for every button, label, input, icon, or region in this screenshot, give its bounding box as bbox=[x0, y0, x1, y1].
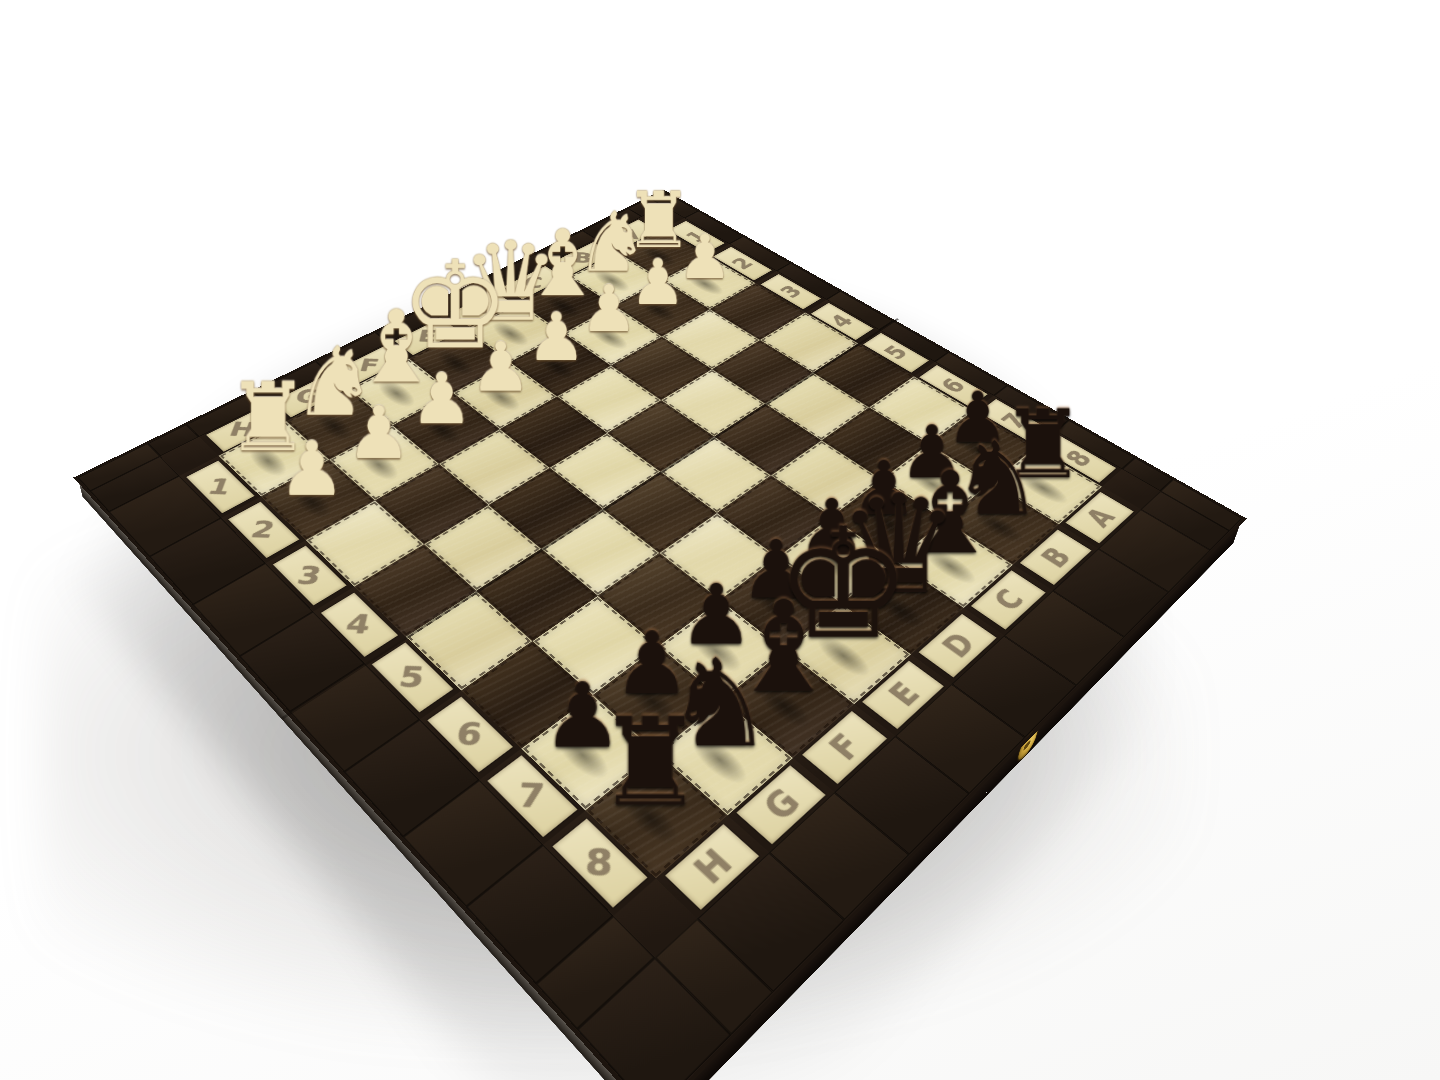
chessboard: 12345678A♜♟♟♜AB♞♟♟♞BC♝♟♟♝CD♛♟♟♛DE♚♟♟♚EF♝… bbox=[78, 191, 1243, 1080]
pawn-glyph: ♟ bbox=[527, 304, 586, 370]
label-chip: 1 bbox=[186, 461, 254, 514]
piece-white-pawn-e2: ♟ bbox=[470, 333, 531, 401]
photo-backdrop: 12345678A♜♟♟♜AB♞♟♟♞BC♝♟♟♝CD♛♟♟♛DE♚♟♟♚EF♝… bbox=[0, 0, 1440, 1080]
piece-white-pawn-g2: ♟ bbox=[347, 396, 412, 469]
piece-black-rook-h8: ♜ bbox=[596, 702, 705, 823]
piece-white-pawn-h2: ♟ bbox=[279, 431, 346, 506]
board-grid: 12345678A♜♟♟♜AB♞♟♟♞BC♝♟♟♝CD♛♟♟♛DE♚♟♟♚EF♝… bbox=[78, 191, 1243, 1080]
pawn-glyph: ♟ bbox=[470, 333, 531, 401]
pawn-glyph: ♟ bbox=[580, 276, 638, 340]
piece-white-pawn-b2: ♟ bbox=[630, 251, 686, 314]
piece-white-pawn-f2: ♟ bbox=[410, 363, 473, 433]
pawn-glyph: ♟ bbox=[347, 396, 412, 469]
rook-glyph: ♜ bbox=[596, 702, 705, 823]
scene: 12345678A♜♟♟♜AB♞♟♟♞BC♝♟♟♝CD♛♟♟♛DE♚♟♟♚EF♝… bbox=[0, 0, 1440, 1080]
piece-white-pawn-d2: ♟ bbox=[527, 304, 586, 370]
pawn-glyph: ♟ bbox=[410, 363, 473, 433]
piece-white-pawn-c2: ♟ bbox=[580, 276, 638, 340]
pawn-glyph: ♟ bbox=[279, 431, 346, 506]
pawn-glyph: ♟ bbox=[630, 251, 686, 314]
